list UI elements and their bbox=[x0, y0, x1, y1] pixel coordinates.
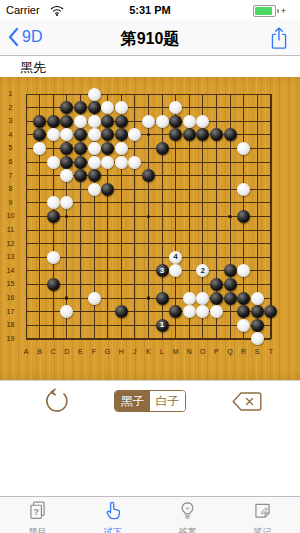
grid-line bbox=[26, 325, 271, 326]
black-stone bbox=[74, 128, 87, 141]
white-stone bbox=[88, 128, 101, 141]
stone-color-segmented-control: 黑子白子 bbox=[114, 390, 186, 412]
black-stone bbox=[60, 156, 73, 169]
black-stone bbox=[74, 169, 87, 182]
black-stone bbox=[251, 305, 264, 318]
grid-line bbox=[26, 257, 271, 258]
black-stone bbox=[224, 278, 237, 291]
svg-text:?: ? bbox=[34, 507, 39, 517]
black-stone bbox=[88, 101, 101, 114]
white-stone bbox=[60, 196, 73, 209]
black-stone bbox=[74, 101, 87, 114]
white-stone bbox=[183, 305, 196, 318]
white-stone bbox=[183, 115, 196, 128]
white-stone bbox=[47, 128, 60, 141]
row-label: 8 bbox=[3, 185, 18, 193]
black-stone bbox=[156, 292, 169, 305]
black-stone bbox=[210, 292, 223, 305]
star-point bbox=[65, 296, 68, 299]
row-label: 11 bbox=[3, 226, 18, 234]
tab-label: 题目 bbox=[29, 526, 47, 533]
tab-答案[interactable]: 答案 bbox=[150, 497, 225, 533]
black-stone bbox=[33, 115, 46, 128]
black-stone bbox=[101, 128, 114, 141]
black-stone bbox=[101, 115, 114, 128]
black-stone bbox=[47, 210, 60, 223]
grid-line bbox=[26, 230, 271, 231]
white-stone bbox=[101, 101, 114, 114]
row-label: 5 bbox=[3, 144, 18, 152]
white-stone bbox=[74, 115, 87, 128]
hand-pointer-icon bbox=[102, 500, 123, 525]
white-stone bbox=[101, 156, 114, 169]
white-stone bbox=[196, 292, 209, 305]
to-play-label: 黑先 bbox=[20, 59, 46, 77]
tab-bar: ?题目试下答案笔记 bbox=[0, 496, 300, 533]
white-stone bbox=[88, 183, 101, 196]
white-stone bbox=[47, 196, 60, 209]
row-label: 9 bbox=[3, 199, 18, 207]
black-stone bbox=[237, 292, 250, 305]
chevron-left-icon bbox=[8, 27, 19, 47]
black-stone bbox=[101, 183, 114, 196]
white-stone bbox=[196, 305, 209, 318]
white-stone bbox=[169, 264, 182, 277]
stone-controls-bar: 黑子白子 bbox=[0, 380, 300, 421]
black-stone bbox=[33, 128, 46, 141]
delete-button[interactable] bbox=[232, 392, 262, 411]
white-stone bbox=[237, 142, 250, 155]
grid-line bbox=[270, 94, 272, 339]
black-stone bbox=[101, 142, 114, 155]
share-icon bbox=[270, 26, 288, 50]
undo-button[interactable] bbox=[44, 388, 70, 414]
black-stone bbox=[210, 128, 223, 141]
row-label: 16 bbox=[3, 294, 18, 302]
page-title: 第910题 bbox=[60, 29, 240, 50]
move-number: 3 bbox=[160, 267, 164, 275]
row-label: 18 bbox=[3, 321, 18, 329]
white-stone-move-2: 2 bbox=[196, 264, 209, 277]
white-stone bbox=[88, 142, 101, 155]
backspace-icon bbox=[232, 392, 262, 411]
black-stone bbox=[169, 115, 182, 128]
row-label: 19 bbox=[3, 335, 18, 343]
star-point bbox=[228, 215, 231, 218]
lightbulb-icon bbox=[177, 500, 198, 525]
white-stone bbox=[237, 183, 250, 196]
white-stone bbox=[88, 292, 101, 305]
row-label: 10 bbox=[3, 212, 18, 220]
black-stone bbox=[237, 305, 250, 318]
black-stone bbox=[47, 278, 60, 291]
move-number: 2 bbox=[201, 267, 205, 275]
row-label: 6 bbox=[3, 158, 18, 166]
black-stone bbox=[183, 128, 196, 141]
tab-试下[interactable]: 试下 bbox=[75, 497, 150, 533]
black-stone bbox=[224, 264, 237, 277]
row-label: 2 bbox=[3, 104, 18, 112]
black-stone bbox=[196, 128, 209, 141]
white-stone bbox=[47, 156, 60, 169]
black-stone bbox=[142, 169, 155, 182]
white-stone bbox=[251, 292, 264, 305]
black-stone bbox=[224, 128, 237, 141]
black-stone bbox=[74, 142, 87, 155]
black-stone bbox=[169, 128, 182, 141]
white-stone bbox=[88, 88, 101, 101]
black-stone bbox=[115, 128, 128, 141]
grid-line bbox=[26, 243, 271, 244]
row-label: 12 bbox=[3, 240, 18, 248]
white-stone bbox=[169, 101, 182, 114]
white-stone bbox=[115, 142, 128, 155]
star-point bbox=[147, 296, 150, 299]
pages-question-icon: ? bbox=[27, 500, 48, 525]
segment-black-stone[interactable]: 黑子 bbox=[115, 391, 150, 411]
white-stone bbox=[128, 128, 141, 141]
row-label: 17 bbox=[3, 308, 18, 316]
white-stone bbox=[115, 101, 128, 114]
tab-label: 答案 bbox=[179, 526, 197, 533]
row-label: 1 bbox=[3, 90, 18, 98]
move-number: 4 bbox=[173, 253, 177, 261]
tab-label: 笔记 bbox=[254, 526, 272, 533]
black-stone bbox=[60, 142, 73, 155]
row-label: 4 bbox=[3, 131, 18, 139]
white-stone bbox=[47, 251, 60, 264]
row-label: 3 bbox=[3, 117, 18, 125]
black-stone bbox=[74, 156, 87, 169]
move-number: 1 bbox=[160, 321, 164, 329]
white-stone bbox=[88, 115, 101, 128]
row-label: 15 bbox=[3, 280, 18, 288]
black-stone bbox=[169, 305, 182, 318]
tab-笔记[interactable]: 笔记 bbox=[225, 497, 300, 533]
note-pencil-icon bbox=[252, 500, 273, 525]
black-stone bbox=[60, 101, 73, 114]
black-stone bbox=[115, 115, 128, 128]
black-stone bbox=[156, 142, 169, 155]
white-stone bbox=[88, 156, 101, 169]
white-stone bbox=[60, 128, 73, 141]
black-stone bbox=[88, 169, 101, 182]
undo-circular-arrow-icon bbox=[44, 388, 70, 414]
row-label: 13 bbox=[3, 253, 18, 261]
nav-bar: 9D 第910题 bbox=[0, 20, 300, 56]
black-stone bbox=[115, 305, 128, 318]
white-stone bbox=[237, 319, 250, 332]
battery-icon: + bbox=[253, 5, 286, 17]
white-stone-move-4: 4 bbox=[169, 251, 182, 264]
row-label: 14 bbox=[3, 267, 18, 275]
go-board[interactable]: 12345678910111213141516171819ABCDEFGHJKL… bbox=[0, 77, 300, 380]
white-stone bbox=[128, 156, 141, 169]
black-stone bbox=[251, 319, 264, 332]
black-stone-move-3: 3 bbox=[156, 264, 169, 277]
white-stone bbox=[237, 264, 250, 277]
black-stone bbox=[60, 115, 73, 128]
white-stone bbox=[60, 169, 73, 182]
tab-label: 试下 bbox=[104, 526, 122, 533]
battery-charging-indicator: + bbox=[281, 6, 286, 16]
white-stone bbox=[115, 156, 128, 169]
share-button[interactable] bbox=[270, 26, 288, 54]
tab-题目[interactable]: ?题目 bbox=[0, 497, 75, 533]
back-label: 9D bbox=[22, 28, 42, 46]
row-label: 7 bbox=[3, 172, 18, 180]
star-point bbox=[147, 215, 150, 218]
white-stone bbox=[183, 292, 196, 305]
white-stone bbox=[142, 115, 155, 128]
black-stone bbox=[237, 210, 250, 223]
black-stone bbox=[210, 278, 223, 291]
white-stone bbox=[156, 115, 169, 128]
col-label: T bbox=[263, 348, 278, 356]
grid-line bbox=[26, 338, 271, 340]
white-stone bbox=[210, 305, 223, 318]
black-stone-move-1: 1 bbox=[156, 319, 169, 332]
black-stone bbox=[224, 292, 237, 305]
white-stone bbox=[60, 305, 73, 318]
status-bar: Carrier 5:31 PM + bbox=[0, 0, 300, 20]
black-stone bbox=[264, 305, 277, 318]
back-button[interactable]: 9D bbox=[8, 27, 42, 47]
segment-white-stone[interactable]: 白子 bbox=[150, 391, 185, 411]
white-stone bbox=[196, 115, 209, 128]
white-stone bbox=[33, 142, 46, 155]
black-stone bbox=[47, 115, 60, 128]
white-stone bbox=[251, 332, 264, 345]
